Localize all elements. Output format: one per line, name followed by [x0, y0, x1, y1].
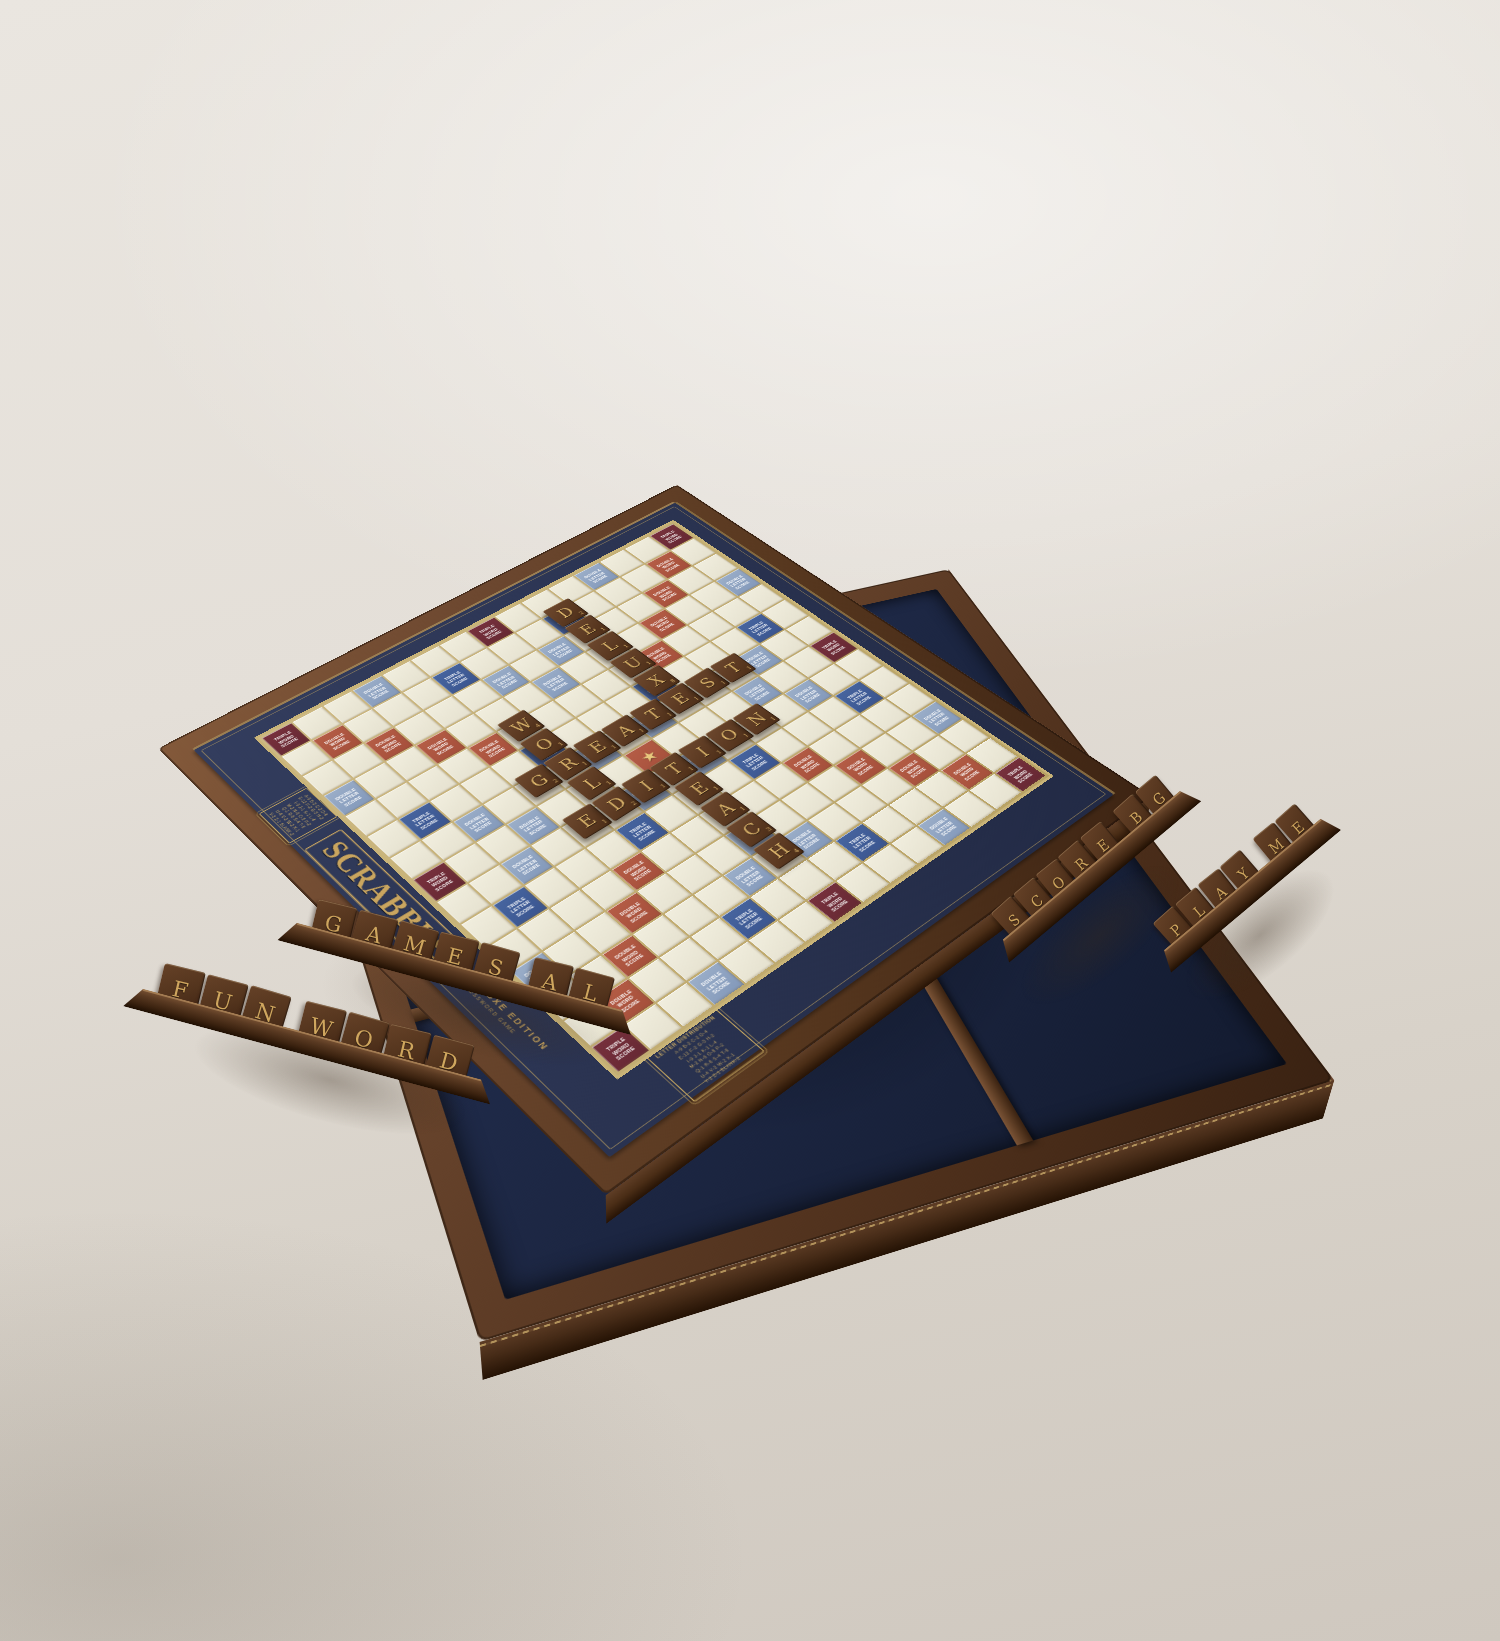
- tile-value: 1: [622, 644, 630, 649]
- premium-double-letter: DOUBLE LETTER SCORE: [716, 569, 761, 597]
- board-cell: [862, 769, 913, 804]
- board-cell: [625, 537, 669, 563]
- tile-value: 1: [601, 818, 610, 825]
- premium-label: DOUBLE WORD SCORE: [647, 552, 691, 579]
- tile-value: 2: [552, 778, 561, 784]
- board-cell: [516, 620, 562, 649]
- tile-value: 1: [581, 761, 590, 767]
- tile-letter: C: [738, 819, 767, 840]
- premium-label: DOUBLE LETTER SCORE: [716, 569, 761, 597]
- premium-double-letter: DOUBLE LETTER SCORE: [538, 636, 585, 666]
- premium-triple-word: TRIPLE WORD SCORE: [262, 723, 311, 756]
- tile-letter: E: [686, 779, 713, 799]
- board-cell: [548, 576, 593, 604]
- tile-value: 1: [687, 766, 696, 772]
- premium-double-letter: DOUBLE LETTER SCORE: [574, 563, 618, 590]
- premium-double-word: DOUBLE WORD SCORE: [643, 580, 688, 608]
- tile-letter: L: [598, 638, 622, 654]
- board-cell: [570, 592, 615, 620]
- premium-triple-word: TRIPLE WORD SCORE: [468, 617, 514, 646]
- board-cell: [863, 806, 915, 843]
- tile-letter: E: [574, 811, 602, 831]
- tile-letter: G: [525, 771, 553, 791]
- board-cell: [739, 584, 784, 612]
- board-cell: [621, 565, 666, 592]
- board-cell: [461, 768, 511, 803]
- board-cell: E1: [565, 622, 611, 651]
- premium-label: DOUBLE LETTER SCORE: [353, 676, 400, 707]
- tile-value: 3: [765, 826, 774, 833]
- board-cell: [693, 554, 737, 581]
- letter-distribution-table: LETTER DISTRIBUTIONA-9 B-2 C-2 D-4 E-12 …: [644, 1007, 765, 1102]
- board-cell: [671, 539, 715, 566]
- premium-label: TRIPLE WORD SCORE: [262, 723, 311, 756]
- board-cell: [383, 661, 430, 692]
- tile-letter: T: [661, 759, 687, 778]
- board-cell: [591, 608, 637, 637]
- board-cell: [596, 578, 641, 606]
- tile-letter: E: [575, 621, 600, 637]
- board-cell: [666, 596, 712, 625]
- board-tile-E: E1: [565, 615, 611, 644]
- tile-value: 1: [739, 806, 748, 812]
- premium-label: TRIPLE LETTER SCORE: [543, 605, 589, 634]
- tile-value: 2: [578, 610, 586, 615]
- premium-double-letter: DOUBLE LETTER SCORE: [353, 676, 400, 707]
- board-cell: [714, 598, 760, 627]
- tile-letter: A: [712, 799, 740, 819]
- premium-label: DOUBLE WORD SCORE: [643, 580, 688, 608]
- letter-distribution-table: A-9 B-2 C-2 D-4 E-12 F-2 G-3 H-2 I-9 J-1…: [258, 787, 338, 843]
- board-cell: [484, 788, 535, 824]
- tile-letter: D: [603, 793, 632, 814]
- board-cell: [495, 603, 541, 632]
- board-tile-D: D2: [543, 598, 589, 627]
- board-cell: [668, 567, 713, 594]
- tile-value: 1: [605, 780, 614, 786]
- premium-triple-word: TRIPLE WORD SCORE: [650, 524, 693, 550]
- board-cell: [282, 741, 331, 775]
- board-cell: H4: [752, 839, 805, 877]
- premium-label: TRIPLE WORD SCORE: [650, 524, 693, 550]
- tile-value: 1: [713, 785, 722, 791]
- tile-letter: H: [764, 839, 795, 861]
- product-photo-stage: A-9 B-2 C-2 D-4 E-12 F-2 G-3 H-2 I-9 J-1…: [0, 0, 1500, 1641]
- board-cell: [440, 632, 486, 662]
- premium-label: TRIPLE LETTER SCORE: [432, 663, 479, 694]
- premium-double-word: DOUBLE WORD SCORE: [640, 610, 686, 639]
- board-cell: [489, 634, 535, 664]
- tile-letter: D: [553, 604, 578, 620]
- premium-label: TRIPLE WORD SCORE: [468, 617, 514, 646]
- premium-label: DOUBLE LETTER SCORE: [538, 636, 585, 666]
- tile-value: 1: [659, 783, 668, 789]
- premium-triple-letter: TRIPLE LETTER SCORE: [432, 663, 479, 694]
- board-cell: [618, 594, 663, 622]
- board-cell: [691, 582, 736, 610]
- premium-label: DOUBLE LETTER SCORE: [574, 563, 618, 590]
- board-cell: G2: [514, 771, 564, 806]
- board-cell: [614, 624, 660, 654]
- tile-letter: I: [635, 777, 657, 794]
- tile-value: 1: [600, 627, 608, 632]
- board-cell: [522, 590, 567, 618]
- board-cell: [412, 646, 459, 676]
- premium-triple-letter: TRIPLE LETTER SCORED2: [543, 605, 589, 634]
- board-cell: [431, 785, 482, 821]
- premium-double-word: DOUBLE WORD SCORE: [647, 552, 691, 579]
- premium-label: DOUBLE WORD SCORE: [640, 610, 686, 639]
- tile-letter: L: [579, 774, 605, 793]
- board-cell: [600, 550, 644, 577]
- board-cell: [461, 648, 508, 678]
